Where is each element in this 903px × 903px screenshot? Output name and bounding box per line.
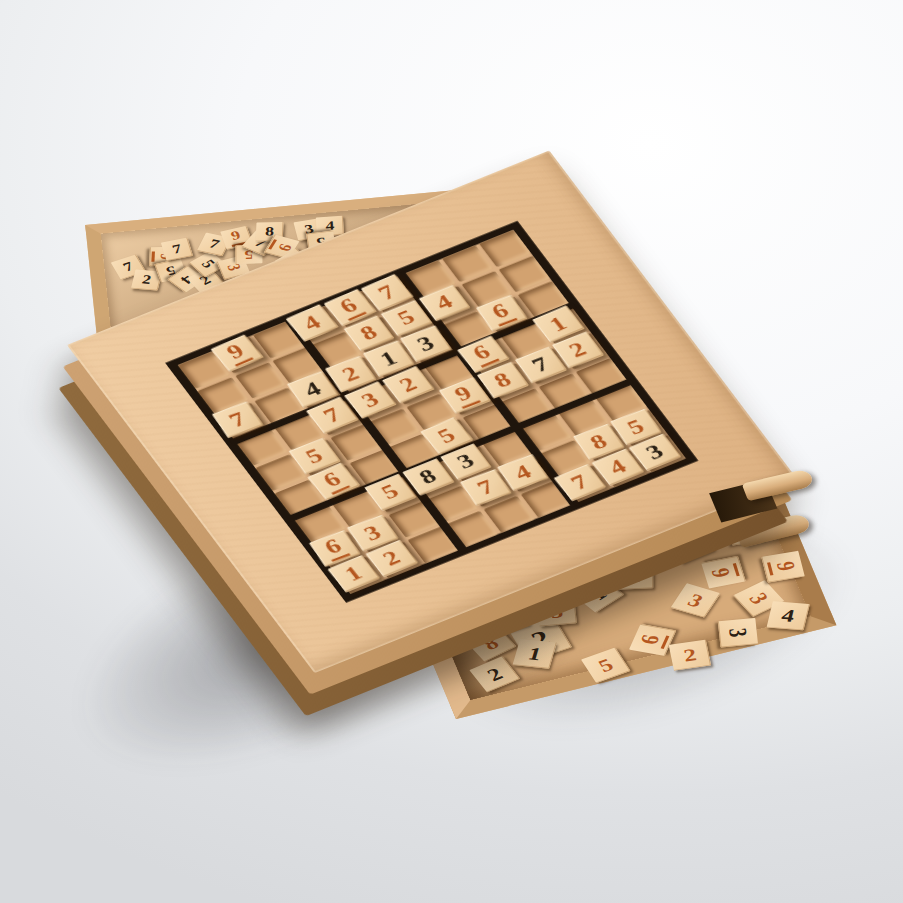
loose-tile-7[interactable]: 7: [161, 238, 193, 262]
loose-tile-2[interactable]: 2: [669, 640, 711, 671]
loose-tile-1[interactable]: 1: [513, 639, 557, 669]
loose-tile-6[interactable]: 6: [701, 556, 746, 589]
sudoku-grid: 946785474213673261598726558363748512743: [165, 221, 698, 603]
sudoku-grid-cells: 946785474213673261598726558363748512743: [178, 230, 686, 594]
product-photo-scene: 72957425739578923454 2434299612356823914…: [0, 0, 903, 903]
sudoku-grid-lattice: 946785474213673261598726558363748512743: [178, 230, 686, 594]
loose-tile-4[interactable]: 4: [767, 601, 810, 630]
loose-tile-3[interactable]: 3: [718, 618, 758, 648]
loose-tile-5[interactable]: 5: [581, 647, 631, 683]
loose-tile-3[interactable]: 3: [671, 583, 721, 617]
loose-tile-9[interactable]: 9: [761, 551, 805, 583]
